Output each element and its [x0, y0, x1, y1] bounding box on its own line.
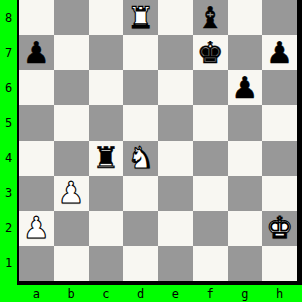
- square-c7[interactable]: [89, 35, 124, 70]
- square-e8[interactable]: [158, 0, 193, 35]
- square-e7[interactable]: [158, 35, 193, 70]
- rank-label-1: 1: [0, 246, 17, 281]
- square-d8[interactable]: ♜: [123, 0, 158, 35]
- chess-board: ♜♝♟♚♟♟♜♞♟♟♚: [19, 0, 297, 281]
- square-c2[interactable]: [89, 211, 124, 246]
- square-e5[interactable]: [158, 105, 193, 140]
- rank-label-7: 7: [0, 35, 17, 70]
- square-f8[interactable]: ♝: [193, 0, 228, 35]
- file-label-h: h: [262, 285, 297, 302]
- square-g6[interactable]: ♟: [228, 70, 263, 105]
- piece-black-pawn[interactable]: ♟: [23, 36, 50, 70]
- rank-label-8: 8: [0, 0, 17, 35]
- square-g4[interactable]: [228, 141, 263, 176]
- square-e3[interactable]: [158, 176, 193, 211]
- square-a5[interactable]: [19, 105, 54, 140]
- square-h8[interactable]: [262, 0, 297, 35]
- square-d2[interactable]: [123, 211, 158, 246]
- square-h1[interactable]: [262, 246, 297, 281]
- square-f5[interactable]: [193, 105, 228, 140]
- square-d6[interactable]: [123, 70, 158, 105]
- square-g1[interactable]: [228, 246, 263, 281]
- square-f7[interactable]: ♚: [193, 35, 228, 70]
- square-b5[interactable]: [54, 105, 89, 140]
- square-c3[interactable]: [89, 176, 124, 211]
- square-g7[interactable]: [228, 35, 263, 70]
- square-d7[interactable]: [123, 35, 158, 70]
- square-d1[interactable]: [123, 246, 158, 281]
- file-label-f: f: [193, 285, 228, 302]
- piece-black-pawn[interactable]: ♟: [266, 36, 293, 70]
- piece-white-knight[interactable]: ♞: [127, 141, 154, 175]
- file-label-c: c: [89, 285, 124, 302]
- square-f6[interactable]: [193, 70, 228, 105]
- rank-label-3: 3: [0, 176, 17, 211]
- square-h4[interactable]: [262, 141, 297, 176]
- square-a1[interactable]: [19, 246, 54, 281]
- file-label-b: b: [54, 285, 89, 302]
- board-frame: ♜♝♟♚♟♟♜♞♟♟♚: [17, 0, 302, 285]
- rank-label-2: 2: [0, 211, 17, 246]
- square-f1[interactable]: [193, 246, 228, 281]
- rank-label-6: 6: [0, 70, 17, 105]
- square-f2[interactable]: [193, 211, 228, 246]
- square-b6[interactable]: [54, 70, 89, 105]
- square-d5[interactable]: [123, 105, 158, 140]
- rank-labels: 87654321: [0, 0, 17, 281]
- square-a8[interactable]: [19, 0, 54, 35]
- square-g2[interactable]: [228, 211, 263, 246]
- file-label-a: a: [19, 285, 54, 302]
- chess-app: 87654321 ♜♝♟♚♟♟♜♞♟♟♚ abcdefgh: [0, 0, 302, 302]
- rank-label-5: 5: [0, 105, 17, 140]
- file-label-d: d: [123, 285, 158, 302]
- square-b4[interactable]: [54, 141, 89, 176]
- piece-black-bishop[interactable]: ♝: [197, 1, 224, 35]
- square-f3[interactable]: [193, 176, 228, 211]
- square-e2[interactable]: [158, 211, 193, 246]
- square-h6[interactable]: [262, 70, 297, 105]
- square-a7[interactable]: ♟: [19, 35, 54, 70]
- square-a6[interactable]: [19, 70, 54, 105]
- square-c6[interactable]: [89, 70, 124, 105]
- rank-label-4: 4: [0, 141, 17, 176]
- square-h5[interactable]: [262, 105, 297, 140]
- file-label-g: g: [228, 285, 263, 302]
- square-b3[interactable]: ♟: [54, 176, 89, 211]
- square-d4[interactable]: ♞: [123, 141, 158, 176]
- square-h2[interactable]: ♚: [262, 211, 297, 246]
- square-b2[interactable]: [54, 211, 89, 246]
- square-c1[interactable]: [89, 246, 124, 281]
- square-h3[interactable]: [262, 176, 297, 211]
- square-g3[interactable]: [228, 176, 263, 211]
- square-b1[interactable]: [54, 246, 89, 281]
- square-h7[interactable]: ♟: [262, 35, 297, 70]
- square-a2[interactable]: ♟: [19, 211, 54, 246]
- piece-white-rook[interactable]: ♜: [127, 1, 154, 35]
- square-e6[interactable]: [158, 70, 193, 105]
- square-e4[interactable]: [158, 141, 193, 176]
- square-e1[interactable]: [158, 246, 193, 281]
- square-b8[interactable]: [54, 0, 89, 35]
- file-label-e: e: [158, 285, 193, 302]
- piece-white-pawn[interactable]: ♟: [58, 176, 85, 210]
- piece-black-king[interactable]: ♚: [197, 36, 224, 70]
- square-c8[interactable]: [89, 0, 124, 35]
- square-b7[interactable]: [54, 35, 89, 70]
- piece-white-pawn[interactable]: ♟: [23, 211, 50, 245]
- file-labels: abcdefgh: [19, 285, 297, 302]
- square-g5[interactable]: [228, 105, 263, 140]
- square-f4[interactable]: [193, 141, 228, 176]
- piece-black-pawn[interactable]: ♟: [231, 71, 258, 105]
- piece-black-rook[interactable]: ♜: [92, 141, 119, 175]
- square-c5[interactable]: [89, 105, 124, 140]
- square-d3[interactable]: [123, 176, 158, 211]
- square-g8[interactable]: [228, 0, 263, 35]
- piece-white-king[interactable]: ♚: [266, 211, 293, 245]
- square-c4[interactable]: ♜: [89, 141, 124, 176]
- square-a4[interactable]: [19, 141, 54, 176]
- square-a3[interactable]: [19, 176, 54, 211]
